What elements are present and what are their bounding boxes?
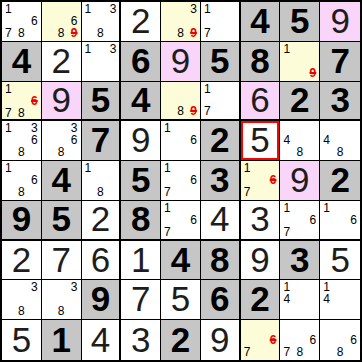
cell-r6c9[interactable]: 16 [320,201,360,241]
candidate-8: 8 [97,186,104,198]
cell-r7c1[interactable]: 2 [2,241,42,281]
cell-r2c8[interactable]: 19 [280,42,320,82]
candidate-8: 8 [18,27,25,39]
given-digit: 3 [290,242,309,279]
eliminated-candidate-9: 9 [190,105,197,117]
cell-r4c9[interactable]: 48 [320,121,360,161]
candidate-1: 1 [5,3,12,15]
cell-r9c8[interactable]: 678 [280,320,320,360]
eliminated-candidate-6: 6 [31,95,38,107]
cell-r1c9[interactable]: 9 [320,2,360,42]
candidate-6: 6 [350,334,357,346]
cell-r2c1[interactable]: 4 [2,42,42,82]
cell-r6c2[interactable]: 5 [42,201,82,241]
candidate-7: 7 [204,27,211,39]
solved-digit: 4 [91,322,110,359]
cell-r3c3[interactable]: 5 [82,82,122,122]
candidate-6: 6 [31,15,38,27]
cell-r6c4[interactable]: 8 [121,201,161,241]
candidate-4: 4 [323,293,330,305]
solved-digit: 6 [91,242,110,279]
cell-r9c1[interactable]: 5 [2,320,42,360]
candidate-3: 3 [190,3,197,15]
cell-r5c2[interactable]: 4 [42,161,82,201]
candidate-7: 7 [283,226,290,238]
candidate-6: 6 [71,134,78,146]
solved-digit: 5 [171,281,190,318]
cell-r8c5[interactable]: 5 [161,280,201,320]
given-digit: 5 [210,43,229,80]
given-digit: 3 [210,162,229,199]
candidates: 89 [161,82,200,120]
cell-r3c6[interactable]: 17 [201,82,241,122]
candidate-7: 7 [164,226,171,238]
candidate-3: 3 [110,43,117,55]
given-digit: 6 [210,281,229,318]
cell-r4c3[interactable]: 7 [82,121,122,161]
given-digit: 4 [250,3,269,40]
given-digit: 2 [330,162,349,199]
cell-r5c3[interactable]: 18 [82,161,122,201]
candidate-8: 8 [337,146,344,158]
candidates: 16 [320,201,360,239]
cell-r6c8[interactable]: 167 [280,201,320,241]
cell-r4c5[interactable]: 16 [161,121,201,161]
cell-r9c9[interactable]: 68 [320,320,360,360]
candidate-4: 4 [283,134,290,146]
cell-r7c5[interactable]: 4 [161,241,201,281]
cell-r3c1[interactable]: 1786 [2,82,42,122]
candidates: 19 [280,42,319,81]
candidates: 138 [82,2,120,41]
candidate-1: 1 [204,83,211,95]
cell-r8c3[interactable]: 9 [82,280,122,320]
given-digit: 7 [91,122,110,159]
given-digit: 4 [51,162,70,199]
cell-r1c1[interactable]: 1678 [2,2,42,42]
solved-digit: 5 [12,322,31,359]
cell-r8c1[interactable]: 38 [2,280,42,320]
given-digit: 2 [171,322,190,359]
candidates: 38 [2,280,41,319]
solved-digit: 2 [131,3,150,40]
cell-r5c9[interactable]: 2 [320,161,360,201]
candidates: 76 [241,320,280,360]
cell-r2c4[interactable]: 6 [121,42,161,82]
cell-r7c6[interactable]: 8 [201,241,241,281]
candidate-4: 4 [323,134,330,146]
solved-digit: 2 [12,242,31,279]
solved-digit: 7 [51,242,70,279]
candidate-4: 4 [283,293,290,305]
candidate-1: 1 [5,83,12,95]
candidate-6: 6 [190,214,197,226]
given-digit: 8 [131,201,150,238]
eliminated-candidate-9: 9 [71,27,78,39]
candidates: 68 [320,320,360,360]
cell-r2c7[interactable]: 8 [241,42,281,82]
given-digit: 9 [12,201,31,238]
candidate-1: 1 [323,202,330,214]
candidate-8: 8 [18,107,25,119]
candidates: 389 [161,2,200,41]
candidate-7: 7 [5,27,12,39]
cell-r2c5[interactable]: 9 [161,42,201,82]
candidates: 17 [201,2,239,41]
cell-r2c9[interactable]: 7 [320,42,360,82]
given-digit: 5 [91,82,110,119]
eliminated-candidate-9: 9 [190,27,197,39]
candidate-8: 8 [296,146,303,158]
cell-r2c3[interactable]: 13 [82,42,122,82]
solved-digit: 3 [250,201,269,238]
candidate-8: 8 [18,305,25,317]
candidate-3: 3 [71,281,78,293]
candidates: 18 [82,161,120,200]
eliminated-candidate-6: 6 [270,174,277,186]
candidate-8: 8 [296,346,303,358]
solved-digit: 3 [131,322,150,359]
candidate-6: 6 [310,214,317,226]
given-digit: 5 [51,201,70,238]
cell-r1c7[interactable]: 4 [241,2,281,42]
cell-r7c8[interactable]: 3 [280,241,320,281]
given-digit: 9 [91,281,110,318]
solved-digit: 9 [330,3,349,40]
cell-r6c1[interactable]: 9 [2,201,42,241]
cell-r4c2[interactable]: 368 [42,121,82,161]
candidates: 1678 [2,2,41,41]
candidates: 1786 [2,82,41,120]
cell-r4c6[interactable]: 2 [201,121,241,161]
candidate-7: 7 [5,107,12,119]
candidates: 14 [320,280,360,319]
cell-r2c6[interactable]: 5 [201,42,241,82]
candidates: 167 [161,161,200,200]
candidate-8: 8 [58,146,65,158]
candidate-1: 1 [283,43,290,55]
cell-r7c9[interactable]: 5 [320,241,360,281]
cell-r1c5[interactable]: 389 [161,2,201,42]
given-digit: 5 [290,3,309,40]
solved-digit: 9 [250,242,269,279]
candidate-8: 8 [18,186,25,198]
candidates: 1368 [2,121,41,160]
candidates: 14 [280,280,319,319]
candidates: 689 [42,2,81,41]
sudoku-board: 1678689138238917459421369581971786954891… [0,0,362,362]
candidates: 168 [2,161,41,200]
cell-r7c3[interactable]: 6 [82,241,122,281]
cell-r5c5[interactable]: 167 [161,161,201,201]
cell-r3c7[interactable]: 6 [241,82,281,122]
cell-r3c8[interactable]: 2 [280,82,320,122]
cell-r5c7[interactable]: 176 [241,161,281,201]
candidate-6: 6 [31,134,38,146]
candidates: 48 [280,121,319,160]
cell-r1c6[interactable]: 17 [201,2,241,42]
cell-r3c5[interactable]: 89 [161,82,201,122]
candidate-6: 6 [190,174,197,186]
candidate-7: 7 [204,105,211,117]
solved-digit: 9 [51,82,70,119]
cell-r4c4[interactable]: 9 [121,121,161,161]
given-digit: 6 [131,43,150,80]
cell-r6c3[interactable]: 2 [82,201,122,241]
cell-r5c6[interactable]: 3 [201,161,241,201]
cell-r5c1[interactable]: 168 [2,161,42,201]
given-digit: 4 [131,82,150,119]
candidate-1: 1 [164,122,171,134]
cell-r1c2[interactable]: 689 [42,2,82,42]
given-digit: 3 [330,82,349,119]
cell-r3c9[interactable]: 3 [320,82,360,122]
given-digit: 4 [171,242,190,279]
candidate-3: 3 [31,281,38,293]
candidate-1: 1 [85,43,92,55]
given-digit: 2 [210,122,229,159]
candidate-8: 8 [58,305,65,317]
cell-r8c2[interactable]: 38 [42,280,82,320]
given-digit: 2 [290,82,309,119]
solved-digit: 9 [131,122,150,159]
cell-r6c7[interactable]: 3 [241,201,281,241]
candidate-8: 8 [97,27,104,39]
candidate-1: 1 [283,202,290,214]
given-digit: 7 [330,43,349,80]
candidates: 678 [280,320,319,360]
candidate-1: 1 [85,162,92,174]
cell-r9c3[interactable]: 4 [82,320,122,360]
candidates: 368 [42,121,81,160]
candidate-8: 8 [177,105,184,117]
candidates: 13 [82,42,120,81]
solved-digit: 1 [131,242,150,279]
cell-r8c6[interactable]: 6 [201,280,241,320]
cell-r9c6[interactable]: 9 [201,320,241,360]
cell-r7c4[interactable]: 1 [121,241,161,281]
candidate-6: 6 [190,134,197,146]
eliminated-candidate-9: 9 [310,67,317,79]
candidate-6: 6 [350,214,357,226]
candidates: 167 [161,201,200,239]
candidates: 17 [201,82,239,120]
given-digit: 8 [210,242,229,279]
cell-r3c2[interactable]: 9 [42,82,82,122]
candidates: 167 [280,201,319,239]
cell-r4c7[interactable]: 5 [241,121,281,161]
candidate-8: 8 [58,27,65,39]
candidate-6: 6 [31,174,38,186]
solved-digit: 9 [210,322,229,359]
candidates: 38 [42,280,81,319]
given-digit: 5 [131,162,150,199]
solved-digit: 4 [210,201,229,238]
cell-r8c9[interactable]: 14 [320,280,360,320]
eliminated-candidate-6: 6 [270,334,277,346]
cell-r2c2[interactable]: 2 [42,42,82,82]
candidate-1: 1 [5,122,12,134]
candidate-1: 1 [5,162,12,174]
solved-digit: 9 [171,43,190,80]
cell-r4c1[interactable]: 1368 [2,121,42,161]
candidate-1: 1 [244,162,251,174]
candidate-8: 8 [337,346,344,358]
cell-r4c8[interactable]: 48 [280,121,320,161]
candidate-7: 7 [244,346,251,358]
given-digit: 2 [250,281,269,318]
cell-r9c4[interactable]: 3 [121,320,161,360]
candidate-6: 6 [71,15,78,27]
cell-r1c3[interactable]: 138 [82,2,122,42]
cell-r1c4[interactable]: 2 [121,2,161,42]
solved-digit: 6 [250,82,269,119]
cell-r7c7[interactable]: 9 [241,241,281,281]
candidate-3: 3 [110,3,117,15]
cell-r6c6[interactable]: 4 [201,201,241,241]
candidate-7: 7 [283,346,290,358]
cell-r9c5[interactable]: 2 [161,320,201,360]
candidate-1: 1 [164,202,171,214]
candidate-8: 8 [177,27,184,39]
candidate-7: 7 [244,186,251,198]
candidate-8: 8 [18,146,25,158]
candidates: 176 [241,161,280,200]
candidate-6: 6 [310,334,317,346]
given-digit: 1 [51,322,70,359]
cell-r7c2[interactable]: 7 [42,241,82,281]
cell-r3c4[interactable]: 4 [121,82,161,122]
solved-digit: 7 [131,281,150,318]
cell-r8c7[interactable]: 2 [241,280,281,320]
solved-digit: 5 [330,242,349,279]
cell-r6c5[interactable]: 167 [161,201,201,241]
candidate-1: 1 [204,3,211,15]
solved-digit: 2 [51,43,70,80]
cell-r9c2[interactable]: 1 [42,320,82,360]
solved-digit: 9 [290,162,309,199]
candidates: 16 [161,121,200,160]
cell-r8c8[interactable]: 14 [280,280,320,320]
candidate-1: 1 [85,3,92,15]
candidates: 48 [320,121,360,160]
candidate-7: 7 [164,186,171,198]
given-digit: 4 [12,43,31,80]
cell-r1c8[interactable]: 5 [280,2,320,42]
cell-r5c8[interactable]: 9 [280,161,320,201]
cell-r9c7[interactable]: 76 [241,320,281,360]
solved-digit: 2 [91,201,110,238]
solved-digit: 5 [250,122,269,159]
cell-r8c4[interactable]: 7 [121,280,161,320]
given-digit: 8 [250,43,269,80]
candidate-1: 1 [164,162,171,174]
cell-r5c4[interactable]: 5 [121,161,161,201]
